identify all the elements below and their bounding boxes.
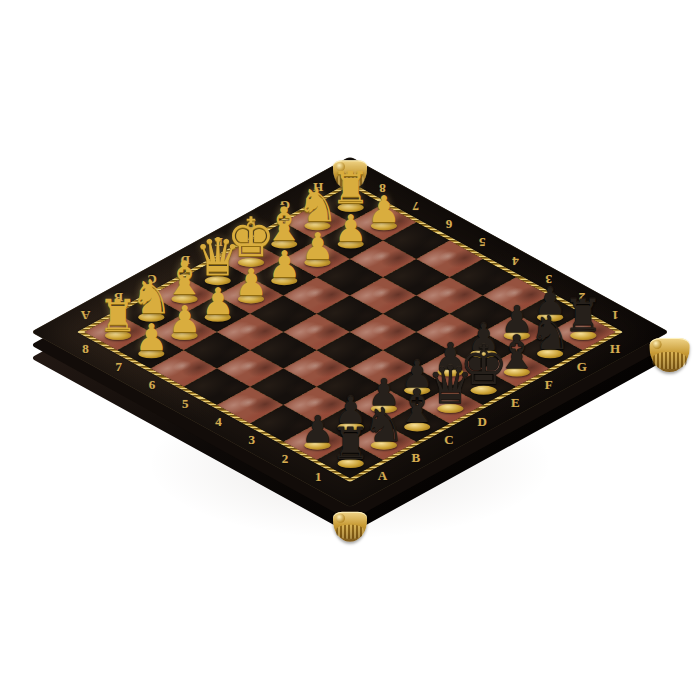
rank-label-4-left-text: 4	[198, 414, 238, 430]
rank-label-3-left-text: 3	[231, 432, 271, 448]
file-label-c-near-text: C	[429, 432, 469, 448]
file-label-f-near-text: F	[528, 377, 568, 393]
rank-label-7-left-text: 7	[98, 359, 138, 375]
file-label-g-near-text: G	[562, 359, 602, 375]
file-label-e-near-text: E	[495, 396, 535, 412]
file-label-a-near-text: A	[362, 469, 402, 485]
corner-foot-near-ornament	[650, 338, 690, 372]
file-label-b-near-text: B	[395, 450, 435, 466]
file-label-d-near-text: D	[462, 414, 502, 430]
rank-label-1-left-text: 1	[298, 469, 338, 485]
rank-label-8-left-text: 8	[65, 341, 105, 357]
piece-glyph: ♜	[317, 422, 383, 466]
product-photo-stage: AABBCCDDEEFFGGHH8877665544332211♜♞♝♛♚♝♞♜…	[0, 0, 700, 700]
rank-label-6-right-text: 6	[429, 216, 469, 232]
rank-label-5-right-text: 5	[462, 234, 502, 250]
rank-label-2-left-text: 2	[265, 450, 305, 466]
rank-label-5-left-text: 5	[165, 396, 205, 412]
rank-label-6-left-text: 6	[132, 377, 172, 393]
piece-glyph: ♟	[118, 319, 184, 356]
rank-label-4-right-text: 4	[495, 252, 535, 268]
file-label-h-near-text: H	[595, 341, 635, 357]
